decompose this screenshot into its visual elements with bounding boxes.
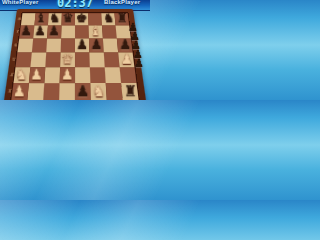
chess-board-scene: 87654321 ♝♞♛♚♞♜♟♟♟♝♟♟♟♛♟♞♟♟♟♟♞♜♟♟♟♟♚ [17, 9, 133, 100]
square-c4[interactable] [44, 67, 60, 83]
white-pawn: ♟ [11, 84, 27, 99]
square-b5[interactable] [30, 52, 46, 67]
white-queen: ♛ [60, 52, 75, 66]
white-pawn: ♟ [29, 68, 44, 82]
square-a6[interactable] [17, 39, 33, 53]
square-g6[interactable] [103, 39, 118, 53]
square-d3[interactable] [59, 83, 75, 100]
black-pawn: ♟ [19, 25, 33, 38]
square-e7[interactable] [75, 26, 89, 39]
square-f4[interactable] [90, 67, 106, 83]
white-player-name: WhitePlayer [2, 0, 39, 5]
square-h8[interactable]: ♜ [114, 13, 129, 25]
square-g3[interactable] [106, 83, 123, 100]
square-f5[interactable] [89, 52, 104, 67]
black-pawn: ♟ [47, 25, 61, 38]
square-g7[interactable] [102, 26, 117, 39]
white-knight: ♞ [91, 84, 107, 99]
square-g5[interactable] [104, 52, 120, 67]
white-knight: ♞ [14, 68, 29, 82]
black-bishop: ♝ [34, 12, 48, 25]
black-pawn: ♟ [33, 25, 47, 38]
square-b6[interactable] [32, 39, 47, 53]
square-h5[interactable]: ♟ [118, 52, 134, 67]
square-d8[interactable]: ♛ [61, 13, 75, 25]
black-knight: ♞ [48, 12, 62, 25]
square-e5[interactable] [75, 52, 90, 67]
square-f7[interactable]: ♝ [89, 26, 103, 39]
square-f3[interactable]: ♞ [90, 83, 106, 100]
square-c8[interactable]: ♞ [48, 13, 62, 25]
captured-black-pawn: ♟ [134, 58, 144, 69]
black-pawn: ♟ [75, 84, 91, 99]
black-king: ♚ [75, 12, 89, 25]
square-c7[interactable]: ♟ [47, 26, 61, 39]
square-h3[interactable]: ♜ [121, 83, 139, 100]
black-queen: ♛ [61, 12, 75, 25]
white-pawn: ♟ [60, 68, 75, 82]
square-d4[interactable]: ♟ [60, 67, 75, 83]
square-d5[interactable]: ♛ [60, 52, 75, 67]
white-bishop: ♝ [89, 25, 103, 38]
square-c6[interactable] [46, 39, 61, 53]
square-e8[interactable]: ♚ [75, 13, 89, 25]
square-a7[interactable]: ♟ [19, 26, 34, 39]
square-f8[interactable] [88, 13, 102, 25]
square-c3[interactable] [43, 83, 59, 100]
square-d7[interactable] [61, 26, 75, 39]
square-a8[interactable] [21, 13, 36, 25]
square-f6[interactable]: ♟ [89, 39, 104, 53]
square-a4[interactable]: ♞ [14, 67, 31, 83]
black-player-name: BlackPlayer [104, 0, 140, 5]
square-b3[interactable] [27, 83, 44, 100]
black-rook: ♜ [123, 84, 139, 99]
square-e4[interactable] [75, 67, 90, 83]
square-c5[interactable] [45, 52, 60, 67]
square-e6[interactable]: ♟ [75, 39, 89, 53]
square-b8[interactable]: ♝ [34, 13, 48, 25]
square-b4[interactable]: ♟ [29, 67, 45, 83]
square-d6[interactable] [61, 39, 75, 53]
black-pawn: ♟ [75, 38, 89, 51]
square-a5[interactable] [16, 52, 32, 67]
square-e3[interactable]: ♟ [75, 83, 91, 100]
square-g4[interactable] [105, 67, 121, 83]
square-b7[interactable]: ♟ [33, 26, 48, 39]
square-a3[interactable]: ♟ [11, 83, 29, 100]
black-pawn: ♟ [89, 38, 103, 51]
square-g8[interactable]: ♞ [101, 13, 115, 25]
chess-board[interactable]: ♝♞♛♚♞♜♟♟♟♝♟♟♟♛♟♞♟♟♟♟♞♜♟♟♟♟♚ [7, 13, 144, 100]
